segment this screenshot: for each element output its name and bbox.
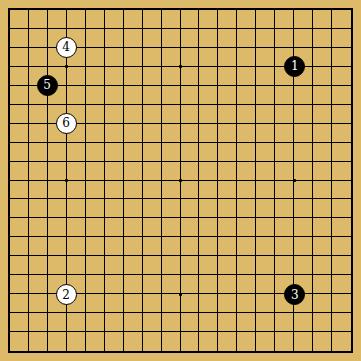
grid-cell xyxy=(10,237,29,256)
grid-cell xyxy=(10,29,29,48)
grid-cell xyxy=(29,332,48,351)
grid-cell xyxy=(294,162,313,181)
grid-cell xyxy=(67,332,86,351)
grid-cell xyxy=(237,256,256,275)
grid-cell xyxy=(294,332,313,351)
grid-cell xyxy=(29,124,48,143)
grid-cell xyxy=(67,67,86,86)
grid-cell xyxy=(275,29,294,48)
grid-cell xyxy=(105,256,124,275)
grid-cell xyxy=(275,218,294,237)
grid-cell xyxy=(143,256,162,275)
star-point xyxy=(65,65,68,68)
grid-cell xyxy=(10,86,29,105)
grid-cell xyxy=(29,275,48,294)
grid-cell xyxy=(181,256,200,275)
grid-cell xyxy=(143,313,162,332)
grid-cell xyxy=(199,67,218,86)
grid-cell xyxy=(29,29,48,48)
grid-cell xyxy=(313,86,332,105)
grid-cell xyxy=(256,237,275,256)
grid-cell xyxy=(294,237,313,256)
grid-cell xyxy=(86,313,105,332)
grid-cell xyxy=(256,48,275,67)
grid-cell xyxy=(29,143,48,162)
grid-cell xyxy=(48,162,67,181)
grid-cell xyxy=(48,199,67,218)
grid-cell xyxy=(313,105,332,124)
grid-cell xyxy=(124,294,143,313)
grid-cell xyxy=(294,86,313,105)
grid-cell xyxy=(86,67,105,86)
grid-cell xyxy=(10,256,29,275)
grid-cell xyxy=(237,162,256,181)
grid-cell xyxy=(218,105,237,124)
grid-cell xyxy=(181,294,200,313)
grid-cell xyxy=(162,313,181,332)
grid-cell xyxy=(86,275,105,294)
grid-cell xyxy=(124,143,143,162)
grid-cell xyxy=(237,143,256,162)
grid-cell xyxy=(275,181,294,200)
grid-cell xyxy=(181,313,200,332)
grid-cell xyxy=(29,48,48,67)
grid-cell xyxy=(237,124,256,143)
grid-cell xyxy=(48,218,67,237)
grid-cell xyxy=(294,313,313,332)
grid-cell xyxy=(86,143,105,162)
grid-cell xyxy=(143,237,162,256)
grid-cell xyxy=(143,105,162,124)
grid-cell xyxy=(29,10,48,29)
grid-cell xyxy=(67,86,86,105)
grid-cell xyxy=(105,29,124,48)
grid-cell xyxy=(199,256,218,275)
grid-cell xyxy=(105,294,124,313)
grid-cell xyxy=(218,162,237,181)
grid-cell xyxy=(332,143,351,162)
grid-cell xyxy=(313,332,332,351)
grid-cell xyxy=(67,313,86,332)
grid-cell xyxy=(237,294,256,313)
grid-cell xyxy=(256,275,275,294)
grid-cell xyxy=(313,218,332,237)
grid-cell xyxy=(332,29,351,48)
grid-cell xyxy=(86,29,105,48)
grid-cell xyxy=(10,181,29,200)
grid-cell xyxy=(256,332,275,351)
grid-cell xyxy=(67,199,86,218)
grid-cell xyxy=(256,181,275,200)
grid-cell xyxy=(181,237,200,256)
grid-cell xyxy=(162,181,181,200)
grid-cell xyxy=(199,313,218,332)
grid-cell xyxy=(124,199,143,218)
grid-cell xyxy=(10,162,29,181)
stone-black-C15: 5 xyxy=(37,75,58,96)
grid-cell xyxy=(218,29,237,48)
grid-cell xyxy=(313,237,332,256)
grid-cell xyxy=(143,332,162,351)
grid-cell xyxy=(275,143,294,162)
grid-cell xyxy=(332,10,351,29)
grid-cell xyxy=(124,256,143,275)
grid-cell xyxy=(218,10,237,29)
grid-cell xyxy=(313,143,332,162)
grid-cell xyxy=(256,313,275,332)
grid-cell xyxy=(67,162,86,181)
grid-cell xyxy=(86,237,105,256)
grid-cell xyxy=(218,124,237,143)
grid-cell xyxy=(218,256,237,275)
grid-cell xyxy=(275,256,294,275)
grid-cell xyxy=(218,332,237,351)
grid-cell xyxy=(218,181,237,200)
grid-cell xyxy=(143,29,162,48)
grid-cell xyxy=(313,10,332,29)
grid-cell xyxy=(199,237,218,256)
grid-cell xyxy=(218,275,237,294)
grid-cell xyxy=(181,48,200,67)
grid-cell xyxy=(143,181,162,200)
grid-cell xyxy=(10,294,29,313)
grid-cell xyxy=(218,294,237,313)
grid-cell xyxy=(162,143,181,162)
grid-cell xyxy=(162,10,181,29)
grid-cell xyxy=(256,29,275,48)
grid-cell xyxy=(124,332,143,351)
grid-cell xyxy=(124,162,143,181)
grid-cell xyxy=(275,237,294,256)
grid-cell xyxy=(218,48,237,67)
grid-cell xyxy=(181,86,200,105)
grid-cell xyxy=(199,162,218,181)
go-board: 123456 xyxy=(0,0,361,361)
grid-cell xyxy=(162,48,181,67)
grid-cell xyxy=(86,294,105,313)
grid-cell xyxy=(256,86,275,105)
grid-cell xyxy=(313,124,332,143)
grid-cell xyxy=(105,218,124,237)
grid-cell xyxy=(67,256,86,275)
grid-cell xyxy=(313,294,332,313)
grid-cell xyxy=(143,143,162,162)
grid-cell xyxy=(199,332,218,351)
grid-cell xyxy=(181,162,200,181)
grid-cell xyxy=(10,143,29,162)
grid-cell xyxy=(10,48,29,67)
grid-cell xyxy=(86,332,105,351)
grid-cell xyxy=(48,10,67,29)
grid-cell xyxy=(275,10,294,29)
grid-cell xyxy=(124,29,143,48)
grid-cell xyxy=(181,181,200,200)
star-point xyxy=(179,65,182,68)
grid-cell xyxy=(48,332,67,351)
grid-cell xyxy=(105,199,124,218)
grid-cell xyxy=(143,275,162,294)
grid-cell xyxy=(294,256,313,275)
grid-cell xyxy=(143,67,162,86)
star-point xyxy=(65,179,68,182)
grid-cell xyxy=(237,105,256,124)
grid-cell xyxy=(105,237,124,256)
grid-cell xyxy=(162,218,181,237)
grid-cell xyxy=(332,67,351,86)
grid-cell xyxy=(237,237,256,256)
stone-white-D13: 6 xyxy=(56,113,77,134)
grid-cell xyxy=(67,181,86,200)
grid-cell xyxy=(275,332,294,351)
grid-cell xyxy=(86,48,105,67)
grid-cell xyxy=(143,48,162,67)
grid-cell xyxy=(105,124,124,143)
grid-cell xyxy=(313,313,332,332)
grid-cell xyxy=(181,124,200,143)
grid-cell xyxy=(218,199,237,218)
grid-cell xyxy=(143,199,162,218)
grid-cell xyxy=(294,199,313,218)
grid-cell xyxy=(67,10,86,29)
grid-cell xyxy=(10,67,29,86)
grid-cell xyxy=(105,332,124,351)
grid-cell xyxy=(124,218,143,237)
grid-cell xyxy=(67,237,86,256)
grid-cell xyxy=(86,162,105,181)
grid-cell xyxy=(275,86,294,105)
grid-cell xyxy=(332,124,351,143)
grid-cell xyxy=(332,86,351,105)
grid-cell xyxy=(162,275,181,294)
grid-cell xyxy=(181,10,200,29)
grid-cell xyxy=(199,143,218,162)
grid-cell xyxy=(256,218,275,237)
grid-cell xyxy=(105,67,124,86)
grid-cell xyxy=(105,162,124,181)
grid-cell xyxy=(105,105,124,124)
grid-cell xyxy=(181,218,200,237)
grid-cell xyxy=(143,124,162,143)
grid-cell xyxy=(10,105,29,124)
grid-cell xyxy=(313,29,332,48)
grid-cell xyxy=(294,124,313,143)
grid-cell xyxy=(199,29,218,48)
grid-cell xyxy=(29,313,48,332)
grid-cell xyxy=(313,275,332,294)
grid-cell xyxy=(105,313,124,332)
grid-cell xyxy=(332,294,351,313)
grid-cell xyxy=(29,181,48,200)
grid-cell xyxy=(199,48,218,67)
grid-cell xyxy=(10,332,29,351)
grid-cell xyxy=(313,67,332,86)
grid-cell xyxy=(105,143,124,162)
grid-cell xyxy=(48,181,67,200)
grid-cell xyxy=(199,199,218,218)
grid-cell xyxy=(143,86,162,105)
grid-cell xyxy=(162,162,181,181)
grid-cell xyxy=(48,237,67,256)
grid-cell xyxy=(237,313,256,332)
grid-cell xyxy=(294,105,313,124)
grid-cell xyxy=(29,105,48,124)
grid-cell xyxy=(86,181,105,200)
grid-cell xyxy=(29,294,48,313)
grid-cell xyxy=(237,181,256,200)
grid-cell xyxy=(332,275,351,294)
grid-cell xyxy=(199,218,218,237)
grid-cell xyxy=(275,313,294,332)
grid-cell xyxy=(332,332,351,351)
grid-cell xyxy=(143,218,162,237)
grid-cell xyxy=(162,124,181,143)
grid-cell xyxy=(294,143,313,162)
grid-cell xyxy=(237,218,256,237)
grid-cell xyxy=(294,10,313,29)
grid-cell xyxy=(332,256,351,275)
grid-cell xyxy=(237,48,256,67)
grid-cell xyxy=(181,67,200,86)
grid-cell xyxy=(10,218,29,237)
grid-cell xyxy=(48,313,67,332)
grid-cell xyxy=(162,332,181,351)
grid-cell xyxy=(313,256,332,275)
grid-cell xyxy=(105,48,124,67)
grid-cell xyxy=(199,86,218,105)
grid-cell xyxy=(199,124,218,143)
grid-cell xyxy=(256,162,275,181)
grid-cell xyxy=(105,86,124,105)
grid-cell xyxy=(10,199,29,218)
grid-cell xyxy=(105,275,124,294)
grid-cell xyxy=(313,181,332,200)
grid-cell xyxy=(218,86,237,105)
grid-cell xyxy=(199,105,218,124)
grid-cell xyxy=(332,48,351,67)
grid-cell xyxy=(162,256,181,275)
grid-cell xyxy=(313,48,332,67)
grid-cell xyxy=(162,105,181,124)
grid-cell xyxy=(294,218,313,237)
grid-cell xyxy=(124,10,143,29)
grid-cell xyxy=(313,162,332,181)
grid-cell xyxy=(67,143,86,162)
grid-cell xyxy=(162,237,181,256)
grid-cell xyxy=(143,162,162,181)
grid-cell xyxy=(181,275,200,294)
grid-cell xyxy=(143,294,162,313)
grid-cell xyxy=(181,105,200,124)
grid-cell xyxy=(124,105,143,124)
grid-cell xyxy=(181,143,200,162)
grid-cell xyxy=(218,67,237,86)
grid-cell xyxy=(199,275,218,294)
grid-cell xyxy=(199,294,218,313)
grid-cell xyxy=(256,124,275,143)
grid-cell xyxy=(256,143,275,162)
grid-cell xyxy=(181,29,200,48)
grid-cell xyxy=(86,105,105,124)
grid-cell xyxy=(256,67,275,86)
grid-cell xyxy=(124,275,143,294)
grid-cell xyxy=(332,105,351,124)
grid-cell xyxy=(86,199,105,218)
grid-cell xyxy=(86,124,105,143)
grid-cell xyxy=(237,67,256,86)
grid-cell xyxy=(29,237,48,256)
grid-cell xyxy=(332,199,351,218)
grid-cell xyxy=(218,143,237,162)
grid-cell xyxy=(237,332,256,351)
grid-cell xyxy=(199,181,218,200)
grid-cell xyxy=(256,10,275,29)
grid-cell xyxy=(313,199,332,218)
grid-cell xyxy=(10,275,29,294)
grid-cell xyxy=(124,237,143,256)
stone-white-D17: 4 xyxy=(56,37,77,58)
grid-cell xyxy=(10,313,29,332)
grid-cell xyxy=(124,67,143,86)
grid-cell xyxy=(332,162,351,181)
grid-cell xyxy=(332,237,351,256)
grid-cell xyxy=(86,10,105,29)
grid-cell xyxy=(48,143,67,162)
grid-cell xyxy=(67,218,86,237)
grid-cell xyxy=(162,29,181,48)
grid-cell xyxy=(124,313,143,332)
grid-cell xyxy=(237,29,256,48)
grid-cell xyxy=(237,275,256,294)
grid-cell xyxy=(237,199,256,218)
grid-cell xyxy=(162,86,181,105)
grid-cell xyxy=(86,218,105,237)
grid-cell xyxy=(218,313,237,332)
stone-white-D4: 2 xyxy=(56,284,77,305)
grid-cell xyxy=(218,218,237,237)
grid-cell xyxy=(124,86,143,105)
grid-cell xyxy=(275,162,294,181)
grid-cell xyxy=(237,86,256,105)
grid-cell xyxy=(10,124,29,143)
grid-cell xyxy=(332,313,351,332)
grid-cell xyxy=(256,105,275,124)
grid-cell xyxy=(29,199,48,218)
star-point xyxy=(179,179,182,182)
grid-cell xyxy=(332,218,351,237)
grid-cell xyxy=(294,29,313,48)
grid-cell xyxy=(48,256,67,275)
grid-cell xyxy=(162,294,181,313)
grid-cell xyxy=(256,199,275,218)
grid-cell xyxy=(332,181,351,200)
grid-cell xyxy=(124,124,143,143)
grid-cell xyxy=(162,67,181,86)
grid-cell xyxy=(294,181,313,200)
grid-cell xyxy=(181,332,200,351)
grid-cell xyxy=(29,162,48,181)
grid-cell xyxy=(256,294,275,313)
grid-cell xyxy=(199,10,218,29)
grid-cell xyxy=(275,105,294,124)
grid-cell xyxy=(86,86,105,105)
grid-cell xyxy=(10,10,29,29)
grid-cell xyxy=(105,10,124,29)
grid-cell xyxy=(143,10,162,29)
grid-cell xyxy=(29,218,48,237)
stone-black-Q16: 1 xyxy=(284,56,305,77)
grid-cell xyxy=(105,181,124,200)
grid-cell xyxy=(124,48,143,67)
